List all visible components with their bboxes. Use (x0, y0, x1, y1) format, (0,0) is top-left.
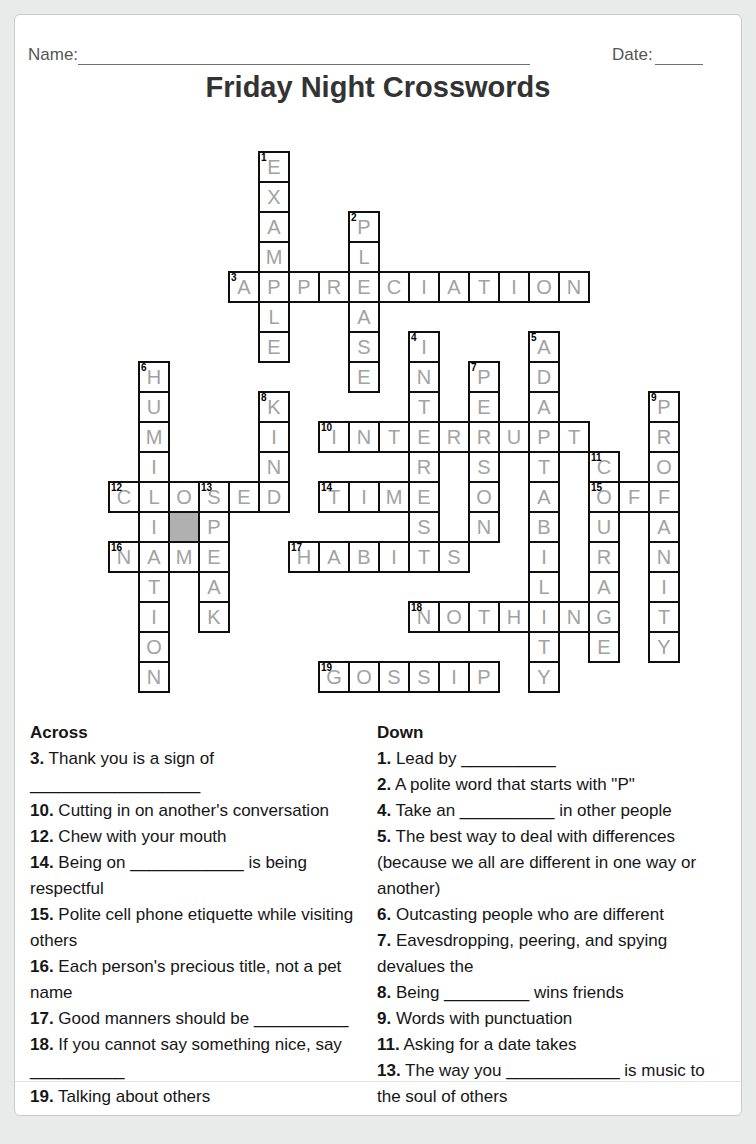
crossword-grid: E1XAP2MLA3PPRECIATIONLAESI4A5H6ENP7DUK8T… (108, 151, 680, 693)
cell-letter: T (470, 603, 498, 631)
grid-cell[interactable]: I4 (408, 331, 440, 363)
grid-cell[interactable]: E1 (258, 151, 290, 183)
clue-list-number: 7. (377, 931, 391, 950)
cell-letter: R (470, 423, 498, 451)
grid-cell[interactable]: T (558, 421, 590, 453)
clue-number: 14 (321, 482, 332, 493)
date-line[interactable] (655, 43, 703, 65)
cell-letter: B (530, 513, 558, 541)
grid-cell[interactable]: A (528, 481, 560, 513)
grid-cell[interactable]: E (408, 421, 440, 453)
cell-letter: R (590, 543, 618, 571)
cell-letter: L (350, 243, 378, 271)
clue-list-number: 17. (30, 1009, 54, 1028)
clue-across-17: 17. Good manners should be __________ (30, 1006, 362, 1032)
grid-cell[interactable]: I (648, 571, 680, 603)
cell-letter: S (410, 513, 438, 541)
grid-cell[interactable]: I10 (318, 421, 350, 453)
cell-letter: T (650, 603, 678, 631)
grid-cell[interactable]: L (258, 301, 290, 333)
grid-cell[interactable]: B (348, 541, 380, 573)
grid-cell[interactable]: H (498, 601, 530, 633)
grid-cell[interactable]: N18 (408, 601, 440, 633)
cell-letter: Y (530, 663, 558, 691)
cell-letter: I (440, 663, 468, 691)
grid-cell[interactable]: C11 (588, 451, 620, 483)
grid-cell[interactable]: Y (648, 631, 680, 663)
clue-number: 7 (471, 362, 477, 373)
cell-letter: O (440, 603, 468, 631)
clue-across-18: 18. If you cannot say something nice, sa… (30, 1032, 362, 1084)
clue-text: The way you ____________ is music to the… (377, 1061, 705, 1106)
grid-cell[interactable]: A (258, 211, 290, 243)
grid-cell[interactable]: N (558, 271, 590, 303)
cell-letter: U (500, 423, 528, 451)
cell-letter: T (380, 423, 408, 451)
grid-cell[interactable]: T (378, 421, 410, 453)
cell-letter: T (530, 633, 558, 661)
cell-letter: E (350, 273, 378, 301)
grid-cell[interactable]: A (648, 511, 680, 543)
grid-cell[interactable]: K8 (258, 391, 290, 423)
clue-text: Cutting in on another's conversation (54, 801, 329, 820)
grid-cell[interactable]: I (498, 271, 530, 303)
clue-text: Being on ____________ is being respectfu… (30, 853, 307, 898)
clue-across-10: 10. Cutting in on another's conversation (30, 798, 362, 824)
clue-down-11: 11. Asking for a date takes (377, 1032, 725, 1058)
cell-letter: I (530, 603, 558, 631)
clue-list-number: 4. (377, 801, 391, 820)
across-clues-column: Across 3. Thank you is a sign of _______… (30, 720, 362, 1110)
clue-text: Asking for a date takes (400, 1035, 577, 1054)
cell-letter: G (590, 603, 618, 631)
grid-cell[interactable]: S (348, 331, 380, 363)
grid-cell[interactable]: I (138, 601, 170, 633)
page-break-divider (15, 1081, 741, 1082)
clue-text: Thank you is a sign of _________________… (30, 749, 214, 794)
cell-letter: M (170, 543, 198, 571)
cell-letter: S (380, 663, 408, 691)
grid-cell[interactable]: I (438, 661, 470, 693)
cell-letter: D (530, 363, 558, 391)
clue-list-number: 14. (30, 853, 54, 872)
cell-letter: L (530, 573, 558, 601)
cell-letter: A (140, 543, 168, 571)
clue-text: If you cannot say something nice, say __… (30, 1035, 342, 1080)
cell-letter: U (140, 393, 168, 421)
grid-cell[interactable]: H6 (138, 361, 170, 393)
grid-cell[interactable]: P (288, 271, 320, 303)
grid-cell[interactable]: I (138, 451, 170, 483)
grid-cell[interactable]: N (648, 541, 680, 573)
clue-text: Good manners should be __________ (54, 1009, 349, 1028)
cell-letter: T (560, 423, 588, 451)
grid-cell[interactable]: D (528, 361, 560, 393)
cell-letter: E (200, 543, 228, 571)
clue-down-9: 9. Words with punctuation (377, 1006, 725, 1032)
cell-letter: I (650, 573, 678, 601)
grid-cell[interactable]: E (228, 481, 260, 513)
grid-cell[interactable]: A (318, 541, 350, 573)
cell-letter: N (140, 663, 168, 691)
cell-letter: E (410, 423, 438, 451)
cell-letter: A (260, 213, 288, 241)
cell-letter: O (470, 483, 498, 511)
worksheet-page: Name: Date: Friday Night Crosswords E1XA… (14, 14, 742, 1116)
cell-letter: R (650, 423, 678, 451)
clue-number: 3 (231, 272, 237, 283)
grid-cell[interactable]: P (258, 271, 290, 303)
clue-across-3: 3. Thank you is a sign of ______________… (30, 746, 362, 798)
name-line[interactable] (78, 43, 530, 65)
clue-number: 5 (531, 332, 537, 343)
clue-text: A polite word that starts with "P" (391, 775, 635, 794)
grid-cell[interactable]: R (588, 541, 620, 573)
cell-letter: H (500, 603, 528, 631)
grid-cell[interactable]: T (138, 571, 170, 603)
clue-number: 15 (591, 482, 602, 493)
grid-cell[interactable]: A (138, 541, 170, 573)
grid-cell[interactable]: P7 (468, 361, 500, 393)
grid-cell[interactable]: O (648, 451, 680, 483)
clue-down-2: 2. A polite word that starts with "P" (377, 772, 725, 798)
down-clue-list: 1. Lead by __________2. A polite word th… (377, 746, 725, 1110)
grid-cell[interactable]: K (198, 601, 230, 633)
clue-down-1: 1. Lead by __________ (377, 746, 725, 772)
clue-number: 11 (591, 452, 602, 463)
clue-list-number: 19. (30, 1087, 54, 1106)
clue-number: 8 (261, 392, 267, 403)
cell-letter: B (350, 543, 378, 571)
grid-cell[interactable]: A (348, 301, 380, 333)
grid-cell[interactable]: R (648, 421, 680, 453)
grid-cell[interactable]: O (138, 631, 170, 663)
clue-number: 9 (651, 392, 657, 403)
cell-letter: N (470, 513, 498, 541)
grid-cell[interactable]: M (138, 421, 170, 453)
clue-list-number: 8. (377, 983, 391, 1002)
grid-cell[interactable]: R (318, 271, 350, 303)
cell-letter: E (260, 333, 288, 361)
cell-letter: N (260, 453, 288, 481)
cell-letter: C (380, 273, 408, 301)
cell-letter: P (530, 423, 558, 451)
cell-letter: I (140, 603, 168, 631)
cell-letter: I (350, 483, 378, 511)
cell-letter: O (350, 663, 378, 691)
grid-cell[interactable]: R (468, 421, 500, 453)
cell-letter: E (590, 633, 618, 661)
clue-list-number: 3. (30, 749, 44, 768)
cell-letter: U (590, 513, 618, 541)
grid-cell[interactable]: T (408, 541, 440, 573)
grid-cell[interactable]: H17 (288, 541, 320, 573)
grid-cell[interactable]: E (348, 361, 380, 393)
grid-cell[interactable]: E (588, 631, 620, 663)
cell-letter: P (200, 513, 228, 541)
cell-letter: X (260, 183, 288, 211)
clue-across-15: 15. Polite cell phone etiquette while vi… (30, 902, 362, 954)
cell-letter: E (470, 393, 498, 421)
grid-cell[interactable]: N (408, 361, 440, 393)
grid-cell[interactable]: P (468, 661, 500, 693)
grid-cell[interactable]: R (408, 451, 440, 483)
cell-letter: O (530, 273, 558, 301)
grid-cell[interactable]: O (168, 481, 200, 513)
clue-down-13: 13. The way you ____________ is music to… (377, 1058, 725, 1110)
grid-cell[interactable]: M (378, 481, 410, 513)
grid-cell[interactable]: M (168, 541, 200, 573)
grid-cell[interactable]: S (408, 511, 440, 543)
across-clue-list: 3. Thank you is a sign of ______________… (30, 746, 362, 1110)
grid-cell[interactable]: T (528, 451, 560, 483)
cell-letter: P (260, 273, 288, 301)
cell-letter: M (380, 483, 408, 511)
clue-across-19: 19. Talking about others (30, 1084, 362, 1110)
clue-text: Talking about others (54, 1087, 211, 1106)
cell-letter: T (530, 453, 558, 481)
cell-letter: O (140, 633, 168, 661)
page-title: Friday Night Crosswords (15, 71, 741, 104)
clue-list-number: 15. (30, 905, 54, 924)
cell-letter: S (440, 543, 468, 571)
grid-cell[interactable]: R (438, 421, 470, 453)
clue-list-number: 12. (30, 827, 54, 846)
clue-list-number: 10. (30, 801, 54, 820)
clue-down-5: 5. The best way to deal with differences… (377, 824, 725, 902)
grid-cell[interactable]: L (138, 481, 170, 513)
grid-cell[interactable]: A (438, 271, 470, 303)
grid-cell[interactable]: T (408, 391, 440, 423)
clue-list-number: 1. (377, 749, 391, 768)
cell-letter: E (410, 483, 438, 511)
grid-cell[interactable]: C12 (108, 481, 140, 513)
clue-down-4: 4. Take an __________ in other people (377, 798, 725, 824)
grid-cell[interactable]: U (588, 511, 620, 543)
cell-letter: R (320, 273, 348, 301)
grid-cell[interactable]: S (438, 541, 470, 573)
grid-cell[interactable]: O (468, 481, 500, 513)
grid-cell[interactable]: U (498, 421, 530, 453)
clue-list-number: 11. (377, 1035, 400, 1054)
grid-cell[interactable]: N (348, 421, 380, 453)
grid-cell[interactable]: T (648, 601, 680, 633)
grid-cell[interactable]: T (528, 631, 560, 663)
clue-number: 2 (351, 212, 357, 223)
grid-cell[interactable]: O (438, 601, 470, 633)
grid-cell[interactable]: I (528, 541, 560, 573)
cell-letter: M (260, 243, 288, 271)
grid-cell[interactable]: B (528, 511, 560, 543)
grid-cell[interactable]: S (408, 661, 440, 693)
grid-cell[interactable]: O (528, 271, 560, 303)
cell-letter: N (410, 363, 438, 391)
grid-cell[interactable]: T14 (318, 481, 350, 513)
grid-cell[interactable]: N (558, 601, 590, 633)
clue-number: 16 (111, 542, 122, 553)
clue-list-number: 5. (377, 827, 391, 846)
grid-cell[interactable]: L (528, 571, 560, 603)
grid-cell[interactable]: E (348, 271, 380, 303)
cell-letter: A (320, 543, 348, 571)
grid-cell[interactable]: A (198, 571, 230, 603)
clue-text: Being _________ wins friends (391, 983, 624, 1002)
grid-cell[interactable]: S (468, 451, 500, 483)
grid-cell[interactable]: N (138, 661, 170, 693)
cell-letter: S (410, 663, 438, 691)
clue-across-12: 12. Chew with your mouth (30, 824, 362, 850)
grid-cell[interactable]: N (258, 451, 290, 483)
grid-cell[interactable]: I (408, 271, 440, 303)
grid-cell[interactable]: A (528, 391, 560, 423)
clue-list-number: 2. (377, 775, 391, 794)
grid-cell[interactable]: E (468, 391, 500, 423)
cell-letter: A (440, 273, 468, 301)
clue-text: Words with punctuation (391, 1009, 572, 1028)
grid-cell[interactable]: X (258, 181, 290, 213)
grid-cell[interactable]: M (258, 241, 290, 273)
cell-letter: A (530, 393, 558, 421)
cell-letter: I (380, 543, 408, 571)
cell-letter: I (500, 273, 528, 301)
clue-list-number: 18. (30, 1035, 54, 1054)
cell-letter: N (560, 603, 588, 631)
clue-text: Lead by __________ (391, 749, 556, 768)
clue-number: 1 (261, 152, 267, 163)
clue-number: 18 (411, 602, 422, 613)
cell-letter: D (260, 483, 288, 511)
grid-cell[interactable]: A3 (228, 271, 260, 303)
grid-cell[interactable]: F (648, 481, 680, 513)
clue-list-number: 6. (377, 905, 391, 924)
cell-letter: P (470, 663, 498, 691)
grid-cell[interactable]: Y (528, 661, 560, 693)
clue-number: 6 (141, 362, 147, 373)
cell-letter: R (440, 423, 468, 451)
cell-letter: O (170, 483, 198, 511)
cell-letter: I (410, 273, 438, 301)
cell-letter: T (470, 273, 498, 301)
clue-across-14: 14. Being on ____________ is being respe… (30, 850, 362, 902)
grid-cell[interactable]: C (378, 271, 410, 303)
clue-number: 4 (411, 332, 417, 343)
grid-cell[interactable]: S (378, 661, 410, 693)
cell-letter: M (140, 423, 168, 451)
cell-letter: A (200, 573, 228, 601)
cell-letter: Y (650, 633, 678, 661)
grid-cell[interactable]: I (528, 601, 560, 633)
clue-text: Polite cell phone etiquette while visiti… (30, 905, 353, 950)
cell-letter: A (650, 513, 678, 541)
grid-cell[interactable]: F (618, 481, 650, 513)
grid-cell[interactable]: E (258, 331, 290, 363)
cell-letter: I (530, 543, 558, 571)
cell-letter: R (410, 453, 438, 481)
clue-list-number: 13. (377, 1061, 401, 1080)
cell-letter: L (140, 483, 168, 511)
cell-letter: S (350, 333, 378, 361)
clue-text: Each person's precious title, not a pet … (30, 957, 341, 1002)
cell-letter: F (650, 483, 678, 511)
cell-letter: N (350, 423, 378, 451)
grid-cell[interactable]: I (138, 511, 170, 543)
cell-letter: T (140, 573, 168, 601)
grid-cell[interactable]: I (378, 541, 410, 573)
clue-across-16: 16. Each person's precious title, not a … (30, 954, 362, 1006)
clue-text: Eavesdropping, peering, and spying deval… (377, 931, 667, 976)
cell-letter: T (410, 393, 438, 421)
grid-cell[interactable]: S13 (198, 481, 230, 513)
grid-cell[interactable]: O (348, 661, 380, 693)
clue-text: The best way to deal with differences (b… (377, 827, 696, 898)
cell-letter: A (530, 483, 558, 511)
cell-letter: T (410, 543, 438, 571)
blocked-cell (168, 511, 200, 543)
grid-cell[interactable]: T (468, 271, 500, 303)
cell-letter: I (140, 513, 168, 541)
grid-cell[interactable]: P2 (348, 211, 380, 243)
grid-cell[interactable]: D (258, 481, 290, 513)
grid-cell[interactable]: N16 (108, 541, 140, 573)
clue-down-7: 7. Eavesdropping, peering, and spying de… (377, 928, 725, 980)
name-label: Name: (28, 45, 78, 65)
clue-number: 10 (321, 422, 332, 433)
grid-cell[interactable]: P (198, 511, 230, 543)
grid-cell[interactable]: O15 (588, 481, 620, 513)
date-label: Date: (612, 45, 653, 65)
grid-cell[interactable]: I (348, 481, 380, 513)
grid-cell[interactable]: P (528, 421, 560, 453)
grid-cell[interactable]: A (588, 571, 620, 603)
cell-letter: A (590, 573, 618, 601)
cell-letter: E (230, 483, 258, 511)
cell-letter: N (560, 273, 588, 301)
clue-list-number: 9. (377, 1009, 391, 1028)
grid-cell[interactable]: P9 (648, 391, 680, 423)
grid-cell[interactable]: T (468, 601, 500, 633)
clue-text: Outcasting people who are different (391, 905, 664, 924)
grid-cell[interactable]: E (198, 541, 230, 573)
grid-cell[interactable]: G19 (318, 661, 350, 693)
cell-letter: L (260, 303, 288, 331)
down-heading: Down (377, 720, 725, 746)
clue-number: 19 (321, 662, 332, 673)
clue-number: 13 (201, 482, 212, 493)
cell-letter: I (140, 453, 168, 481)
clue-down-6: 6. Outcasting people who are different (377, 902, 725, 928)
cell-letter: S (470, 453, 498, 481)
grid-cell[interactable]: I (258, 421, 290, 453)
cell-letter: F (620, 483, 648, 511)
grid-cell[interactable]: E (408, 481, 440, 513)
cell-letter: N (650, 543, 678, 571)
clue-list-number: 16. (30, 957, 54, 976)
cell-letter: A (350, 303, 378, 331)
cell-letter: O (650, 453, 678, 481)
grid-cell[interactable]: G (588, 601, 620, 633)
grid-cell[interactable]: N (468, 511, 500, 543)
clue-text: Chew with your mouth (54, 827, 227, 846)
clue-number: 12 (111, 482, 122, 493)
clue-number: 17 (291, 542, 302, 553)
cell-letter: K (200, 603, 228, 631)
grid-cell[interactable]: U (138, 391, 170, 423)
grid-cell[interactable]: A5 (528, 331, 560, 363)
cell-letter: P (290, 273, 318, 301)
cell-letter: E (350, 363, 378, 391)
clue-down-8: 8. Being _________ wins friends (377, 980, 725, 1006)
grid-cell[interactable]: L (348, 241, 380, 273)
